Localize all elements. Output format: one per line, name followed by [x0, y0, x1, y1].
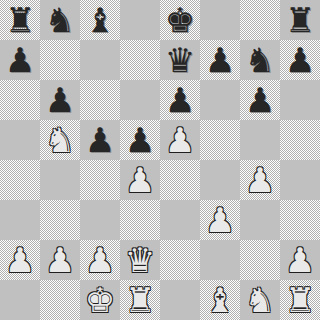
square-h1[interactable]: ♜: [280, 280, 320, 320]
square-a4[interactable]: [0, 160, 40, 200]
square-d3[interactable]: [120, 200, 160, 240]
square-d7[interactable]: [120, 40, 160, 80]
square-b6[interactable]: ♟: [40, 80, 80, 120]
square-d6[interactable]: [120, 80, 160, 120]
piece-white-pawn[interactable]: ♟: [165, 120, 195, 160]
square-e8[interactable]: ♚: [160, 0, 200, 40]
chess-board: ♜♞♝♚♜♟♛♟♞♟♟♟♟♞♟♟♟♟♟♟♟♟♟♛♟♚♜♝♞♜: [0, 0, 320, 320]
square-d4[interactable]: ♟: [120, 160, 160, 200]
square-c2[interactable]: ♟: [80, 240, 120, 280]
square-h8[interactable]: ♜: [280, 0, 320, 40]
piece-white-pawn[interactable]: ♟: [125, 160, 155, 200]
square-b1[interactable]: [40, 280, 80, 320]
square-b4[interactable]: [40, 160, 80, 200]
square-f5[interactable]: [200, 120, 240, 160]
square-g7[interactable]: ♞: [240, 40, 280, 80]
square-d1[interactable]: ♜: [120, 280, 160, 320]
piece-white-bishop[interactable]: ♝: [205, 280, 235, 320]
square-c8[interactable]: ♝: [80, 0, 120, 40]
piece-black-pawn[interactable]: ♟: [285, 40, 315, 80]
square-e2[interactable]: [160, 240, 200, 280]
square-g6[interactable]: ♟: [240, 80, 280, 120]
square-f6[interactable]: [200, 80, 240, 120]
piece-black-pawn[interactable]: ♟: [5, 40, 35, 80]
square-e5[interactable]: ♟: [160, 120, 200, 160]
piece-white-pawn[interactable]: ♟: [45, 240, 75, 280]
piece-black-pawn[interactable]: ♟: [245, 80, 275, 120]
piece-black-rook[interactable]: ♜: [5, 0, 35, 40]
square-b8[interactable]: ♞: [40, 0, 80, 40]
square-b3[interactable]: [40, 200, 80, 240]
square-e7[interactable]: ♛: [160, 40, 200, 80]
square-d8[interactable]: [120, 0, 160, 40]
square-h2[interactable]: ♟: [280, 240, 320, 280]
square-g5[interactable]: [240, 120, 280, 160]
square-f4[interactable]: [200, 160, 240, 200]
piece-black-knight[interactable]: ♞: [245, 40, 275, 80]
square-a6[interactable]: [0, 80, 40, 120]
piece-white-queen[interactable]: ♛: [125, 240, 155, 280]
piece-white-pawn[interactable]: ♟: [245, 160, 275, 200]
square-c4[interactable]: [80, 160, 120, 200]
square-h3[interactable]: [280, 200, 320, 240]
square-c7[interactable]: [80, 40, 120, 80]
piece-black-pawn[interactable]: ♟: [165, 80, 195, 120]
square-d2[interactable]: ♛: [120, 240, 160, 280]
square-g4[interactable]: ♟: [240, 160, 280, 200]
square-e1[interactable]: [160, 280, 200, 320]
piece-black-queen[interactable]: ♛: [165, 40, 195, 80]
square-c3[interactable]: [80, 200, 120, 240]
square-h5[interactable]: [280, 120, 320, 160]
square-c5[interactable]: ♟: [80, 120, 120, 160]
square-e6[interactable]: ♟: [160, 80, 200, 120]
square-a3[interactable]: [0, 200, 40, 240]
piece-black-pawn[interactable]: ♟: [85, 120, 115, 160]
square-e4[interactable]: [160, 160, 200, 200]
piece-white-pawn[interactable]: ♟: [205, 200, 235, 240]
square-h4[interactable]: [280, 160, 320, 200]
piece-white-king[interactable]: ♚: [85, 280, 115, 320]
piece-black-pawn[interactable]: ♟: [45, 80, 75, 120]
square-a1[interactable]: [0, 280, 40, 320]
square-h6[interactable]: [280, 80, 320, 120]
square-d5[interactable]: ♟: [120, 120, 160, 160]
piece-white-rook[interactable]: ♜: [125, 280, 155, 320]
square-a2[interactable]: ♟: [0, 240, 40, 280]
piece-white-knight[interactable]: ♞: [245, 280, 275, 320]
piece-white-knight[interactable]: ♞: [45, 120, 75, 160]
piece-black-king[interactable]: ♚: [165, 0, 195, 40]
square-c6[interactable]: [80, 80, 120, 120]
piece-black-knight[interactable]: ♞: [45, 0, 75, 40]
square-f7[interactable]: ♟: [200, 40, 240, 80]
piece-white-pawn[interactable]: ♟: [85, 240, 115, 280]
square-h7[interactable]: ♟: [280, 40, 320, 80]
piece-black-bishop[interactable]: ♝: [85, 0, 115, 40]
piece-white-pawn[interactable]: ♟: [285, 240, 315, 280]
piece-white-rook[interactable]: ♜: [285, 280, 315, 320]
square-f2[interactable]: [200, 240, 240, 280]
piece-black-pawn[interactable]: ♟: [205, 40, 235, 80]
square-f8[interactable]: [200, 0, 240, 40]
square-c1[interactable]: ♚: [80, 280, 120, 320]
square-f3[interactable]: ♟: [200, 200, 240, 240]
square-b2[interactable]: ♟: [40, 240, 80, 280]
square-a7[interactable]: ♟: [0, 40, 40, 80]
square-g3[interactable]: [240, 200, 280, 240]
piece-black-rook[interactable]: ♜: [285, 0, 315, 40]
square-b7[interactable]: [40, 40, 80, 80]
square-a5[interactable]: [0, 120, 40, 160]
piece-black-pawn[interactable]: ♟: [125, 120, 155, 160]
square-e3[interactable]: [160, 200, 200, 240]
square-f1[interactable]: ♝: [200, 280, 240, 320]
square-g2[interactable]: [240, 240, 280, 280]
square-g1[interactable]: ♞: [240, 280, 280, 320]
square-b5[interactable]: ♞: [40, 120, 80, 160]
square-a8[interactable]: ♜: [0, 0, 40, 40]
piece-white-pawn[interactable]: ♟: [5, 240, 35, 280]
square-g8[interactable]: [240, 0, 280, 40]
